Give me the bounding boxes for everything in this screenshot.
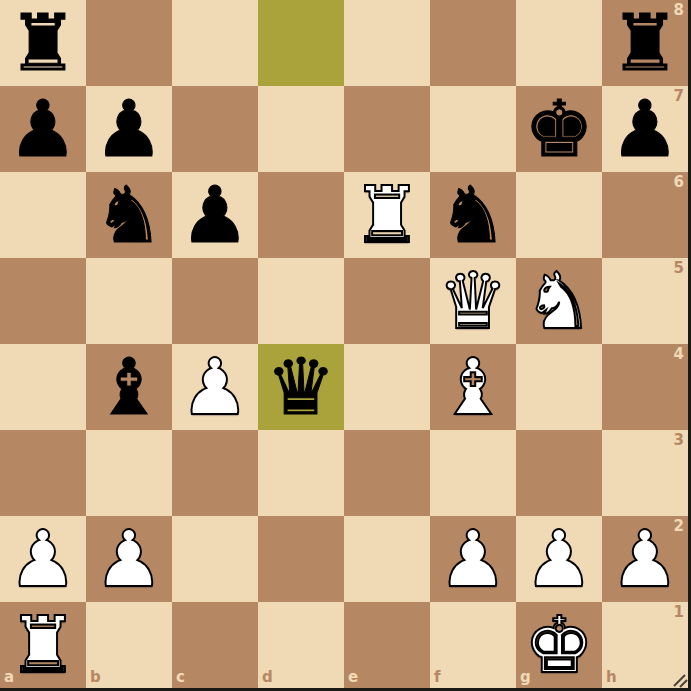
white-pawn[interactable]: ♟: [0, 516, 86, 602]
square-f3[interactable]: [430, 430, 516, 516]
square-e7[interactable]: [344, 86, 430, 172]
square-a6[interactable]: [0, 172, 86, 258]
square-h5[interactable]: 5: [602, 258, 688, 344]
square-h6[interactable]: 6: [602, 172, 688, 258]
square-d5[interactable]: [258, 258, 344, 344]
square-a3[interactable]: [0, 430, 86, 516]
black-queen[interactable]: ♛: [258, 344, 344, 430]
chess-board-container: 8765432abcdefg1h♜♜♟♟♚♟♞♟♜♞♛♞♝♟♛♝♟♟♟♟♟♜♚: [0, 0, 691, 691]
square-a5[interactable]: [0, 258, 86, 344]
file-label-d: d: [262, 670, 273, 685]
white-pawn[interactable]: ♟: [430, 516, 516, 602]
square-g3[interactable]: [516, 430, 602, 516]
square-e4[interactable]: [344, 344, 430, 430]
rank-label-1: 1: [674, 605, 684, 620]
square-b5[interactable]: [86, 258, 172, 344]
square-e1[interactable]: e: [344, 602, 430, 688]
white-bishop[interactable]: ♝: [430, 344, 516, 430]
file-label-f: f: [434, 670, 441, 685]
square-c3[interactable]: [172, 430, 258, 516]
black-bishop[interactable]: ♝: [86, 344, 172, 430]
chess-board: 8765432abcdefg1h♜♜♟♟♚♟♞♟♜♞♛♞♝♟♛♝♟♟♟♟♟♜♚: [0, 0, 688, 688]
black-knight[interactable]: ♞: [430, 172, 516, 258]
white-pawn[interactable]: ♟: [86, 516, 172, 602]
file-label-b: b: [90, 670, 101, 685]
black-pawn[interactable]: ♟: [172, 172, 258, 258]
square-d8[interactable]: [258, 0, 344, 86]
white-king[interactable]: ♚: [516, 602, 602, 688]
square-d6[interactable]: [258, 172, 344, 258]
square-e5[interactable]: [344, 258, 430, 344]
square-e2[interactable]: [344, 516, 430, 602]
white-rook[interactable]: ♜: [344, 172, 430, 258]
rank-label-4: 4: [674, 347, 684, 362]
square-d1[interactable]: d: [258, 602, 344, 688]
square-h4[interactable]: 4: [602, 344, 688, 430]
rank-label-6: 6: [674, 175, 684, 190]
black-pawn[interactable]: ♟: [0, 86, 86, 172]
square-b8[interactable]: [86, 0, 172, 86]
square-g6[interactable]: [516, 172, 602, 258]
square-g4[interactable]: [516, 344, 602, 430]
white-pawn[interactable]: ♟: [172, 344, 258, 430]
square-d3[interactable]: [258, 430, 344, 516]
square-f8[interactable]: [430, 0, 516, 86]
square-f1[interactable]: f: [430, 602, 516, 688]
square-g8[interactable]: [516, 0, 602, 86]
square-f7[interactable]: [430, 86, 516, 172]
black-rook[interactable]: ♜: [0, 0, 86, 86]
black-pawn[interactable]: ♟: [86, 86, 172, 172]
square-a4[interactable]: [0, 344, 86, 430]
square-c7[interactable]: [172, 86, 258, 172]
square-c2[interactable]: [172, 516, 258, 602]
file-label-h: h: [606, 670, 617, 685]
square-b3[interactable]: [86, 430, 172, 516]
square-c1[interactable]: c: [172, 602, 258, 688]
black-knight[interactable]: ♞: [86, 172, 172, 258]
black-pawn[interactable]: ♟: [602, 86, 688, 172]
file-label-c: c: [176, 670, 185, 685]
white-pawn[interactable]: ♟: [516, 516, 602, 602]
square-b1[interactable]: b: [86, 602, 172, 688]
white-queen[interactable]: ♛: [430, 258, 516, 344]
square-h3[interactable]: 3: [602, 430, 688, 516]
black-king[interactable]: ♚: [516, 86, 602, 172]
black-rook[interactable]: ♜: [602, 0, 688, 86]
board-resize-handle-icon[interactable]: [672, 672, 688, 688]
square-e8[interactable]: [344, 0, 430, 86]
square-c5[interactable]: [172, 258, 258, 344]
rank-label-5: 5: [674, 261, 684, 276]
rank-label-3: 3: [674, 433, 684, 448]
white-knight[interactable]: ♞: [516, 258, 602, 344]
square-c8[interactable]: [172, 0, 258, 86]
square-d2[interactable]: [258, 516, 344, 602]
white-pawn[interactable]: ♟: [602, 516, 688, 602]
square-e3[interactable]: [344, 430, 430, 516]
file-label-e: e: [348, 670, 358, 685]
square-d7[interactable]: [258, 86, 344, 172]
white-rook[interactable]: ♜: [0, 602, 86, 688]
